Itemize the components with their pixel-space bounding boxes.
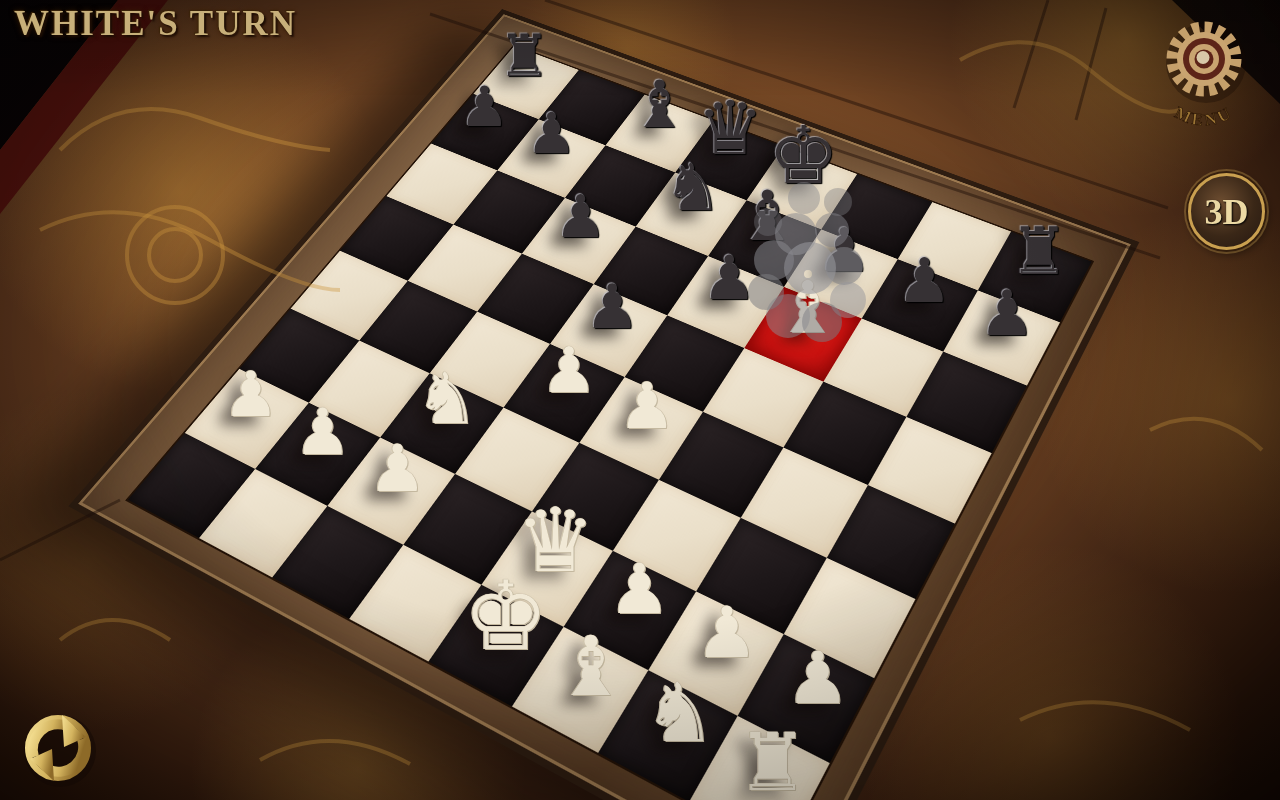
piece-black-pawn-c6[interactable]: ♟ <box>554 187 607 246</box>
undo-arrows-icon <box>24 715 96 787</box>
piece-white-king-e1[interactable]: ♚ <box>463 568 549 664</box>
piece-white-pawn-f2[interactable]: ♟ <box>608 555 670 624</box>
menu-label: MENU <box>1172 103 1236 130</box>
piece-white-pawn-d4[interactable]: ♟ <box>541 339 597 402</box>
menu-button[interactable]: MENU <box>1144 4 1264 134</box>
piece-white-rook-h1[interactable]: ♜ <box>737 723 809 800</box>
piece-white-knight-g1[interactable]: ♞ <box>644 673 717 754</box>
piece-black-bishop-e7[interactable]: ♝ <box>737 182 799 251</box>
piece-white-bishop-f6[interactable]: ♝ <box>776 272 840 344</box>
piece-black-bishop-c8[interactable]: ♝ <box>630 73 688 138</box>
piece-black-pawn-g7[interactable]: ♟ <box>897 251 952 313</box>
view-3d-button[interactable]: 3D <box>1188 173 1265 250</box>
piece-black-knight-d7[interactable]: ♞ <box>664 155 722 220</box>
piece-white-knight-c3[interactable]: ♞ <box>415 363 478 434</box>
undo-button[interactable] <box>18 708 98 788</box>
piece-white-pawn-h2[interactable]: ♟ <box>786 642 851 714</box>
piece-black-pawn-b7[interactable]: ♟ <box>526 106 577 162</box>
piece-white-bishop-f1[interactable]: ♝ <box>554 624 628 707</box>
gear-icon <box>1166 23 1246 103</box>
piece-white-pawn-a2[interactable]: ♟ <box>223 365 279 428</box>
piece-white-pawn-c2[interactable]: ♟ <box>368 436 426 501</box>
piece-white-pawn-e4[interactable]: ♟ <box>618 374 676 438</box>
piece-black-pawn-h7[interactable]: ♟ <box>979 284 1035 347</box>
piece-white-pawn-g2[interactable]: ♟ <box>695 598 758 669</box>
piece-black-pawn-a7[interactable]: ♟ <box>460 79 510 135</box>
piece-black-pawn-e6[interactable]: ♟ <box>702 248 757 309</box>
view-3d-label: 3D <box>1205 191 1249 233</box>
game-screen: WHITE'S TURN MENU 3D <box>0 0 1280 800</box>
piece-black-pawn-d5[interactable]: ♟ <box>585 277 640 338</box>
piece-white-pawn-b2[interactable]: ♟ <box>294 400 351 464</box>
piece-black-rook-h8[interactable]: ♜ <box>1010 219 1069 285</box>
svg-text:MENU: MENU <box>1172 103 1236 130</box>
turn-banner: WHITE'S TURN <box>14 4 297 44</box>
